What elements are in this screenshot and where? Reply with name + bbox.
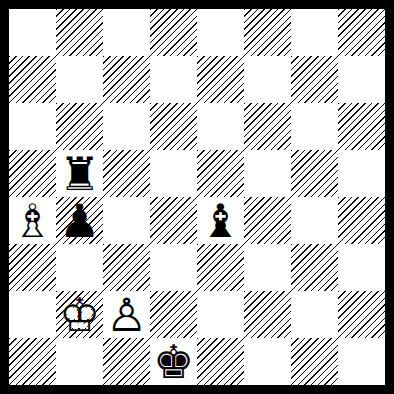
square-f2[interactable] xyxy=(244,291,291,338)
black-pawn[interactable]: ♟ xyxy=(56,197,103,244)
square-b8[interactable] xyxy=(56,9,103,56)
square-a2[interactable] xyxy=(9,291,56,338)
square-c2[interactable]: ♟♙ xyxy=(103,291,150,338)
square-g1[interactable] xyxy=(291,338,338,385)
square-b4[interactable]: ♟ xyxy=(56,197,103,244)
square-d4[interactable] xyxy=(150,197,197,244)
piece-glyph: ♟ xyxy=(56,197,103,244)
piece-glyph: ♜ xyxy=(56,150,103,197)
square-a8[interactable] xyxy=(9,9,56,56)
board-grid: ♜♝♗♟♝♚♔♟♙♚ xyxy=(9,9,385,385)
square-g4[interactable] xyxy=(291,197,338,244)
white-bishop[interactable]: ♝♗ xyxy=(9,197,56,244)
square-b2[interactable]: ♚♔ xyxy=(56,291,103,338)
square-g2[interactable] xyxy=(291,291,338,338)
black-rook[interactable]: ♜ xyxy=(56,150,103,197)
square-h6[interactable] xyxy=(338,103,385,150)
square-f4[interactable] xyxy=(244,197,291,244)
piece-glyph: ♙ xyxy=(103,291,150,338)
square-b6[interactable] xyxy=(56,103,103,150)
square-c8[interactable] xyxy=(103,9,150,56)
square-e8[interactable] xyxy=(197,9,244,56)
square-d7[interactable] xyxy=(150,56,197,103)
square-d8[interactable] xyxy=(150,9,197,56)
square-b7[interactable] xyxy=(56,56,103,103)
square-c3[interactable] xyxy=(103,244,150,291)
square-a1[interactable] xyxy=(9,338,56,385)
square-g5[interactable] xyxy=(291,150,338,197)
square-e2[interactable] xyxy=(197,291,244,338)
square-d5[interactable] xyxy=(150,150,197,197)
piece-glyph: ♔ xyxy=(56,291,103,338)
piece-glyph: ♝ xyxy=(197,197,244,244)
square-f5[interactable] xyxy=(244,150,291,197)
piece-glyph: ♗ xyxy=(9,197,56,244)
square-f8[interactable] xyxy=(244,9,291,56)
square-d6[interactable] xyxy=(150,103,197,150)
square-e7[interactable] xyxy=(197,56,244,103)
square-a5[interactable] xyxy=(9,150,56,197)
square-g8[interactable] xyxy=(291,9,338,56)
square-e4[interactable]: ♝ xyxy=(197,197,244,244)
square-a3[interactable] xyxy=(9,244,56,291)
square-h1[interactable] xyxy=(338,338,385,385)
square-c1[interactable] xyxy=(103,338,150,385)
piece-glyph: ♚ xyxy=(150,338,197,385)
chess-board: ♜♝♗♟♝♚♔♟♙♚ xyxy=(0,0,394,394)
square-h7[interactable] xyxy=(338,56,385,103)
square-e1[interactable] xyxy=(197,338,244,385)
square-a7[interactable] xyxy=(9,56,56,103)
square-b3[interactable] xyxy=(56,244,103,291)
square-h4[interactable] xyxy=(338,197,385,244)
square-a6[interactable] xyxy=(9,103,56,150)
square-h3[interactable] xyxy=(338,244,385,291)
square-f7[interactable] xyxy=(244,56,291,103)
square-c6[interactable] xyxy=(103,103,150,150)
square-b5[interactable]: ♜ xyxy=(56,150,103,197)
square-f1[interactable] xyxy=(244,338,291,385)
square-g3[interactable] xyxy=(291,244,338,291)
square-d3[interactable] xyxy=(150,244,197,291)
square-g6[interactable] xyxy=(291,103,338,150)
square-c5[interactable] xyxy=(103,150,150,197)
square-b1[interactable] xyxy=(56,338,103,385)
square-c7[interactable] xyxy=(103,56,150,103)
square-e6[interactable] xyxy=(197,103,244,150)
square-h5[interactable] xyxy=(338,150,385,197)
square-g7[interactable] xyxy=(291,56,338,103)
square-h2[interactable] xyxy=(338,291,385,338)
black-king[interactable]: ♚ xyxy=(150,338,197,385)
square-h8[interactable] xyxy=(338,9,385,56)
square-e3[interactable] xyxy=(197,244,244,291)
black-bishop[interactable]: ♝ xyxy=(197,197,244,244)
square-d1[interactable]: ♚ xyxy=(150,338,197,385)
square-f6[interactable] xyxy=(244,103,291,150)
square-a4[interactable]: ♝♗ xyxy=(9,197,56,244)
square-e5[interactable] xyxy=(197,150,244,197)
square-f3[interactable] xyxy=(244,244,291,291)
square-c4[interactable] xyxy=(103,197,150,244)
white-king[interactable]: ♚♔ xyxy=(56,291,103,338)
white-pawn[interactable]: ♟♙ xyxy=(103,291,150,338)
square-d2[interactable] xyxy=(150,291,197,338)
